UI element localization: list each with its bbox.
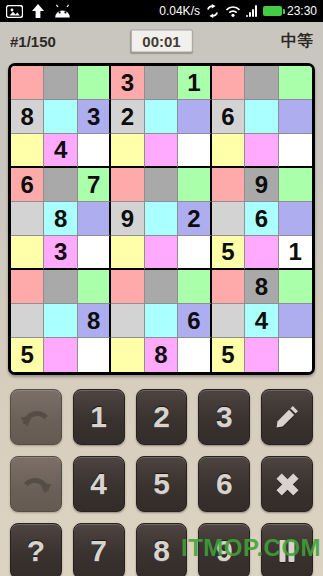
cell-r5c7[interactable] [212,202,245,236]
clock: 23:30 [287,4,317,18]
cell-r3c6[interactable] [178,134,211,168]
cell-r4c5[interactable] [145,168,178,202]
cell-r7c7[interactable] [212,270,245,304]
cell-r9c6[interactable] [178,338,211,372]
cell-r8c5[interactable] [145,304,178,338]
cell-r1c2[interactable] [44,66,77,100]
cell-r6c1[interactable] [11,236,44,270]
cell-r5c5[interactable] [145,202,178,236]
cell-r3c3[interactable] [78,134,111,168]
digit-4-label: 4 [90,467,107,501]
cell-r4c2[interactable] [44,168,77,202]
digit-5-button[interactable]: 5 [136,456,188,512]
cell-r2c2[interactable] [44,100,77,134]
digit-2-button[interactable]: 2 [136,389,188,445]
pencil-icon [274,404,300,430]
cell-r9c3[interactable] [78,338,111,372]
cell-r1c9[interactable] [279,66,312,100]
digit-6-label: 6 [216,467,233,501]
cell-r5c9[interactable] [279,202,312,236]
cell-r7c1[interactable] [11,270,44,304]
digit-1-button[interactable]: 1 [73,389,125,445]
digit-5-label: 5 [153,467,170,501]
pencil-button[interactable] [261,389,313,445]
difficulty-label: 中等 [281,31,313,52]
digit-6-button[interactable]: 6 [198,456,250,512]
cell-r1c4[interactable]: 3 [111,66,144,100]
cell-r7c4[interactable] [111,270,144,304]
digit-3-label: 3 [216,400,233,434]
cell-r4c6[interactable] [178,168,211,202]
redo-button[interactable] [10,456,62,512]
cell-r6c2[interactable]: 3 [44,236,77,270]
cell-r8c2[interactable] [44,304,77,338]
cell-r8c9[interactable] [279,304,312,338]
cell-r1c5[interactable] [145,66,178,100]
erase-button[interactable] [261,456,313,512]
cell-r2c8[interactable] [245,100,278,134]
cell-r6c4[interactable] [111,236,144,270]
cell-r2c1[interactable]: 8 [11,100,44,134]
cell-r2c4[interactable]: 2 [111,100,144,134]
cell-r7c2[interactable] [44,270,77,304]
cell-r5c4[interactable]: 9 [111,202,144,236]
digit-9-label: 9 [216,534,233,568]
cell-r6c6[interactable] [178,236,211,270]
x-icon [275,472,300,497]
digit-2-label: 2 [153,400,170,434]
redo-icon [20,471,52,497]
digit-3-button[interactable]: 3 [198,389,250,445]
sudoku-board: 318326467989263518864585 [8,63,315,375]
cell-r6c3[interactable] [78,236,111,270]
timer: 00:01 [130,30,192,53]
puzzle-index: #1/150 [10,33,56,50]
cell-r2c7[interactable]: 6 [212,100,245,134]
cell-r2c5[interactable] [145,100,178,134]
cell-r8c7[interactable] [212,304,245,338]
cell-r9c5[interactable]: 8 [145,338,178,372]
cell-r8c1[interactable] [11,304,44,338]
cell-r5c8[interactable]: 6 [245,202,278,236]
signal-icon [246,5,258,17]
cell-r4c1[interactable]: 6 [11,168,44,202]
network-speed: 0.04K/s [159,4,200,18]
cell-r2c3[interactable]: 3 [78,100,111,134]
cell-r1c7[interactable] [212,66,245,100]
digit-1-label: 1 [90,400,107,434]
cell-r9c2[interactable] [44,338,77,372]
digit-9-button[interactable]: 9 [198,523,250,576]
cell-r9c4[interactable] [111,338,144,372]
cell-r7c9[interactable] [279,270,312,304]
cell-r7c8[interactable]: 8 [245,270,278,304]
cell-r6c8[interactable] [245,236,278,270]
cell-r8c3[interactable]: 8 [78,304,111,338]
cell-r4c8[interactable]: 9 [245,168,278,202]
pause-icon [277,539,297,563]
image-icon [6,5,23,18]
wifi-icon [225,5,241,17]
board-wrap: 318326467989263518864585 [8,63,315,375]
cell-r3c2[interactable]: 4 [44,134,77,168]
hint-label: ? [27,534,45,568]
cell-r1c1[interactable] [11,66,44,100]
status-bar-left [6,4,72,18]
cell-r9c9[interactable] [279,338,312,372]
cell-r3c7[interactable] [212,134,245,168]
app-screen: 0.04K/s 23:30 #1/150 00:01 中等 3183264679… [0,0,323,576]
cell-r3c4[interactable] [111,134,144,168]
cell-r4c4[interactable] [111,168,144,202]
battery-icon [263,6,282,16]
cell-r1c8[interactable] [245,66,278,100]
cell-r6c5[interactable] [145,236,178,270]
digit-7-label: 7 [90,534,107,568]
game-header: #1/150 00:01 中等 [0,22,323,60]
upload-arrow-icon [32,4,44,18]
cell-r5c3[interactable] [78,202,111,236]
cell-r4c9[interactable] [279,168,312,202]
cell-r6c9[interactable]: 1 [279,236,312,270]
undo-button[interactable] [10,389,62,445]
android-icon [53,4,72,18]
cell-r5c1[interactable] [11,202,44,236]
cell-r1c6[interactable]: 1 [178,66,211,100]
cell-r5c2[interactable]: 8 [44,202,77,236]
cell-r6c7[interactable]: 5 [212,236,245,270]
cell-r3c8[interactable] [245,134,278,168]
cell-r7c3[interactable] [78,270,111,304]
cell-r9c7[interactable]: 5 [212,338,245,372]
cell-r8c6[interactable]: 6 [178,304,211,338]
status-bar: 0.04K/s 23:30 [0,0,323,22]
cell-r8c8[interactable]: 4 [245,304,278,338]
cell-r4c7[interactable] [212,168,245,202]
pause-button[interactable] [261,523,313,576]
cell-r4c3[interactable]: 7 [78,168,111,202]
cell-r7c6[interactable] [178,270,211,304]
status-bar-right: 0.04K/s 23:30 [159,4,317,18]
hint-button[interactable]: ? [10,523,62,576]
cell-r1c3[interactable] [78,66,111,100]
cell-r9c8[interactable] [245,338,278,372]
cell-r3c5[interactable] [145,134,178,168]
keypad: 1 2 3 4 5 6 ? 7 8 9 [0,389,323,576]
sync-icon [205,4,220,18]
digit-7-button[interactable]: 7 [73,523,125,576]
cell-r2c9[interactable] [279,100,312,134]
cell-r2c6[interactable] [178,100,211,134]
cell-r7c5[interactable] [145,270,178,304]
digit-8-label: 8 [153,534,170,568]
cell-r3c9[interactable] [279,134,312,168]
digit-4-button[interactable]: 4 [73,456,125,512]
digit-8-button[interactable]: 8 [136,523,188,576]
undo-icon [20,404,52,430]
cell-r9c1[interactable]: 5 [11,338,44,372]
cell-r8c4[interactable] [111,304,144,338]
cell-r5c6[interactable]: 2 [178,202,211,236]
cell-r3c1[interactable] [11,134,44,168]
